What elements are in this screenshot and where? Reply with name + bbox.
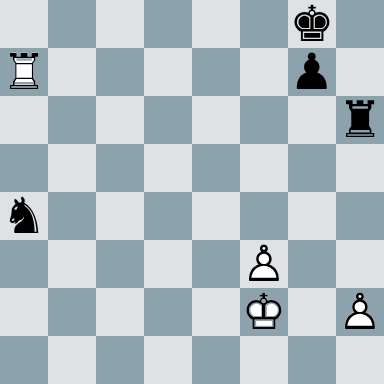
square-d4[interactable] <box>144 192 192 240</box>
square-c1[interactable] <box>96 336 144 384</box>
square-e4[interactable] <box>192 192 240 240</box>
square-a1[interactable] <box>0 336 48 384</box>
square-h5[interactable] <box>336 144 384 192</box>
square-h1[interactable] <box>336 336 384 384</box>
square-h4[interactable] <box>336 192 384 240</box>
square-e8[interactable] <box>192 0 240 48</box>
square-b2[interactable] <box>48 288 96 336</box>
black-king-piece[interactable]: ♚ <box>288 0 336 48</box>
square-b3[interactable] <box>48 240 96 288</box>
square-d7[interactable] <box>144 48 192 96</box>
square-a4[interactable]: ♞ <box>0 192 48 240</box>
square-d2[interactable] <box>144 288 192 336</box>
white-rook-piece[interactable]: ♜♖ <box>0 48 48 96</box>
white-pawn-piece[interactable]: ♟♙ <box>336 288 384 336</box>
square-b7[interactable] <box>48 48 96 96</box>
square-e1[interactable] <box>192 336 240 384</box>
black-king-glyph: ♚ <box>288 0 336 48</box>
square-h6[interactable]: ♜ <box>336 96 384 144</box>
white-rook-glyph-fill: ♜ <box>0 48 48 96</box>
square-f1[interactable] <box>240 336 288 384</box>
square-g8[interactable]: ♚ <box>288 0 336 48</box>
square-f5[interactable] <box>240 144 288 192</box>
square-g4[interactable] <box>288 192 336 240</box>
square-d1[interactable] <box>144 336 192 384</box>
square-e7[interactable] <box>192 48 240 96</box>
square-h3[interactable] <box>336 240 384 288</box>
square-g5[interactable] <box>288 144 336 192</box>
square-c3[interactable] <box>96 240 144 288</box>
square-d3[interactable] <box>144 240 192 288</box>
black-rook-piece[interactable]: ♜ <box>336 96 384 144</box>
square-b1[interactable] <box>48 336 96 384</box>
square-e3[interactable] <box>192 240 240 288</box>
white-pawn-glyph-fill: ♟ <box>336 288 384 336</box>
square-h8[interactable] <box>336 0 384 48</box>
white-pawn-glyph-fill: ♟ <box>240 240 288 288</box>
white-pawn-glyph-outline: ♙ <box>336 288 384 336</box>
white-king-piece[interactable]: ♚♔ <box>240 288 288 336</box>
square-h2[interactable]: ♟♙ <box>336 288 384 336</box>
square-f6[interactable] <box>240 96 288 144</box>
square-d5[interactable] <box>144 144 192 192</box>
square-a5[interactable] <box>0 144 48 192</box>
white-pawn-piece[interactable]: ♟♙ <box>240 240 288 288</box>
black-pawn-piece[interactable]: ♟ <box>288 48 336 96</box>
square-a8[interactable] <box>0 0 48 48</box>
black-rook-glyph: ♜ <box>336 96 384 144</box>
square-g3[interactable] <box>288 240 336 288</box>
square-a2[interactable] <box>0 288 48 336</box>
square-a3[interactable] <box>0 240 48 288</box>
white-pawn-glyph-outline: ♙ <box>240 240 288 288</box>
square-c5[interactable] <box>96 144 144 192</box>
square-f7[interactable] <box>240 48 288 96</box>
square-g1[interactable] <box>288 336 336 384</box>
square-f2[interactable]: ♚♔ <box>240 288 288 336</box>
square-e5[interactable] <box>192 144 240 192</box>
square-d8[interactable] <box>144 0 192 48</box>
square-c8[interactable] <box>96 0 144 48</box>
square-c4[interactable] <box>96 192 144 240</box>
square-b8[interactable] <box>48 0 96 48</box>
square-g7[interactable]: ♟ <box>288 48 336 96</box>
square-b6[interactable] <box>48 96 96 144</box>
square-f8[interactable] <box>240 0 288 48</box>
black-knight-piece[interactable]: ♞ <box>0 192 48 240</box>
square-f3[interactable]: ♟♙ <box>240 240 288 288</box>
square-f4[interactable] <box>240 192 288 240</box>
black-pawn-glyph: ♟ <box>288 48 336 96</box>
square-b4[interactable] <box>48 192 96 240</box>
square-e2[interactable] <box>192 288 240 336</box>
square-d6[interactable] <box>144 96 192 144</box>
square-a7[interactable]: ♜♖ <box>0 48 48 96</box>
chess-board: ♚♜♖♟♜♞♟♙♚♔♟♙ <box>0 0 384 384</box>
white-rook-glyph-outline: ♖ <box>0 48 48 96</box>
white-king-glyph-fill: ♚ <box>240 288 288 336</box>
square-c2[interactable] <box>96 288 144 336</box>
square-g6[interactable] <box>288 96 336 144</box>
square-a6[interactable] <box>0 96 48 144</box>
square-b5[interactable] <box>48 144 96 192</box>
square-c7[interactable] <box>96 48 144 96</box>
square-e6[interactable] <box>192 96 240 144</box>
square-g2[interactable] <box>288 288 336 336</box>
square-c6[interactable] <box>96 96 144 144</box>
white-king-glyph-outline: ♔ <box>240 288 288 336</box>
chess-board-wrapper: ♚♜♖♟♜♞♟♙♚♔♟♙ <box>0 0 384 384</box>
black-knight-glyph: ♞ <box>0 192 48 240</box>
square-h7[interactable] <box>336 48 384 96</box>
